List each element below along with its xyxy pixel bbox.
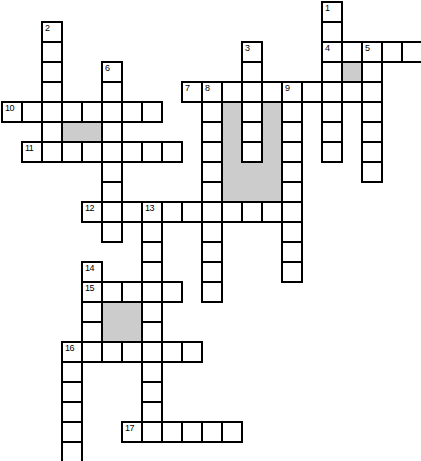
crossword-board: 1234567891011121314151617 (1, 1, 421, 461)
grid-cell-r10c7[interactable]: 13 (141, 201, 163, 223)
grid-cell-r9c14[interactable] (281, 181, 303, 203)
grid-cell-r4c5[interactable] (101, 81, 123, 103)
grid-cell-r6c12[interactable] (241, 121, 263, 143)
grid-cell-r21c6[interactable]: 17 (121, 421, 143, 443)
grid-cell-r7c12[interactable] (241, 141, 263, 163)
grid-cell-r13c10[interactable] (201, 261, 223, 283)
shaded-region (61, 121, 103, 143)
grid-cell-r3c18[interactable] (361, 61, 383, 83)
grid-cell-r0c16[interactable]: 1 (321, 1, 343, 23)
grid-cell-r4c16[interactable] (321, 81, 343, 103)
grid-cell-r2c16[interactable]: 4 (321, 41, 343, 63)
grid-cell-r7c18[interactable] (361, 141, 383, 163)
grid-cell-r5c14[interactable] (281, 101, 303, 123)
grid-cell-r22c3[interactable] (61, 441, 83, 461)
grid-cell-r4c18[interactable] (361, 81, 383, 103)
grid-cell-r7c14[interactable] (281, 141, 303, 163)
grid-cell-r9c10[interactable] (201, 181, 223, 203)
grid-cell-r17c4[interactable] (81, 341, 103, 363)
grid-cell-r5c16[interactable] (321, 101, 343, 123)
grid-cell-r8c10[interactable] (201, 161, 223, 183)
clue-number-7: 7 (185, 83, 190, 93)
shaded-region (341, 61, 363, 83)
grid-cell-r11c5[interactable] (101, 221, 123, 243)
grid-cell-r5c10[interactable] (201, 101, 223, 123)
grid-cell-r4c9[interactable]: 7 (181, 81, 203, 103)
grid-cell-r16c7[interactable] (141, 321, 163, 343)
grid-cell-r4c11[interactable] (221, 81, 243, 103)
grid-cell-r7c4[interactable] (81, 141, 103, 163)
grid-cell-r2c2[interactable] (41, 41, 63, 63)
grid-cell-r6c10[interactable] (201, 121, 223, 143)
grid-cell-r21c10[interactable] (201, 421, 223, 443)
grid-cell-r5c4[interactable] (81, 101, 103, 123)
grid-cell-r19c3[interactable] (61, 381, 83, 403)
clue-number-12: 12 (85, 203, 94, 213)
grid-cell-r6c5[interactable] (101, 121, 123, 143)
grid-cell-r5c12[interactable] (241, 101, 263, 123)
grid-cell-r21c9[interactable] (181, 421, 203, 443)
grid-cell-r17c8[interactable] (161, 341, 183, 363)
grid-cell-r2c20[interactable] (401, 41, 421, 63)
grid-cell-r17c9[interactable] (181, 341, 203, 363)
grid-cell-r4c15[interactable] (301, 81, 323, 103)
grid-cell-r7c10[interactable] (201, 141, 223, 163)
grid-cell-r14c8[interactable] (161, 281, 183, 303)
clue-number-2: 2 (45, 23, 50, 33)
grid-cell-r20c3[interactable] (61, 401, 83, 423)
grid-cell-r15c4[interactable] (81, 301, 103, 323)
grid-cell-r17c5[interactable] (101, 341, 123, 363)
clue-number-16: 16 (65, 343, 74, 353)
grid-cell-r2c12[interactable]: 3 (241, 41, 263, 63)
grid-cell-r10c4[interactable]: 12 (81, 201, 103, 223)
grid-cell-r1c2[interactable]: 2 (41, 21, 63, 43)
grid-cell-r17c7[interactable] (141, 341, 163, 363)
grid-cell-r14c7[interactable] (141, 281, 163, 303)
grid-cell-r14c10[interactable] (201, 281, 223, 303)
grid-cell-r14c5[interactable] (101, 281, 123, 303)
shaded-region (101, 301, 143, 343)
grid-cell-r10c14[interactable] (281, 201, 303, 223)
grid-cell-r7c1[interactable]: 11 (21, 141, 43, 163)
grid-cell-r11c10[interactable] (201, 221, 223, 243)
grid-cell-r1c16[interactable] (321, 21, 343, 43)
clue-number-13: 13 (145, 203, 154, 213)
grid-cell-r7c7[interactable] (141, 141, 163, 163)
grid-cell-r18c3[interactable] (61, 361, 83, 383)
grid-cell-r9c5[interactable] (101, 181, 123, 203)
grid-cell-r4c13[interactable] (261, 81, 283, 103)
clue-number-10: 10 (5, 103, 14, 113)
grid-cell-r11c7[interactable] (141, 221, 163, 243)
grid-cell-r3c12[interactable] (241, 61, 263, 83)
grid-cell-r8c5[interactable] (101, 161, 123, 183)
grid-cell-r5c2[interactable] (41, 101, 63, 123)
clue-number-8: 8 (205, 83, 210, 93)
clue-number-3: 3 (245, 43, 250, 53)
grid-cell-r13c7[interactable] (141, 261, 163, 283)
grid-cell-r3c2[interactable] (41, 61, 63, 83)
grid-cell-r7c3[interactable] (61, 141, 83, 163)
clue-number-11: 11 (25, 143, 33, 153)
grid-cell-r10c13[interactable] (261, 201, 283, 223)
grid-cell-r6c2[interactable] (41, 121, 63, 143)
grid-cell-r3c5[interactable]: 6 (101, 61, 123, 83)
grid-cell-r4c12[interactable] (241, 81, 263, 103)
clue-number-9: 9 (285, 83, 290, 93)
grid-cell-r3c16[interactable] (321, 61, 343, 83)
grid-cell-r6c14[interactable] (281, 121, 303, 143)
grid-cell-r10c12[interactable] (241, 201, 263, 223)
grid-cell-r10c8[interactable] (161, 201, 183, 223)
grid-cell-r4c10[interactable]: 8 (201, 81, 223, 103)
grid-cell-r12c7[interactable] (141, 241, 163, 263)
grid-cell-r5c0[interactable]: 10 (1, 101, 23, 123)
grid-cell-r21c11[interactable] (221, 421, 243, 443)
grid-cell-r10c6[interactable] (121, 201, 143, 223)
grid-cell-r5c3[interactable] (61, 101, 83, 123)
grid-cell-r19c7[interactable] (141, 381, 163, 403)
grid-cell-r7c5[interactable] (101, 141, 123, 163)
grid-cell-r10c11[interactable] (221, 201, 243, 223)
grid-cell-r5c18[interactable] (361, 101, 383, 123)
clue-number-5: 5 (365, 43, 370, 53)
clue-number-4: 4 (325, 43, 330, 53)
grid-cell-r15c7[interactable] (141, 301, 163, 323)
grid-cell-r5c1[interactable] (21, 101, 43, 123)
grid-cell-r7c2[interactable] (41, 141, 63, 163)
grid-cell-r4c14[interactable]: 9 (281, 81, 303, 103)
grid-cell-r18c7[interactable] (141, 361, 163, 383)
grid-cell-r16c4[interactable] (81, 321, 103, 343)
grid-cell-r12c10[interactable] (201, 241, 223, 263)
grid-cell-r5c7[interactable] (141, 101, 163, 123)
grid-cell-r17c3[interactable]: 16 (61, 341, 83, 363)
clue-number-15: 15 (85, 283, 94, 293)
grid-cell-r14c4[interactable]: 15 (81, 281, 103, 303)
grid-cell-r5c6[interactable] (121, 101, 143, 123)
grid-cell-r13c4[interactable]: 14 (81, 261, 103, 283)
grid-cell-r21c8[interactable] (161, 421, 183, 443)
grid-cell-r11c14[interactable] (281, 221, 303, 243)
grid-cell-r17c6[interactable] (121, 341, 143, 363)
clue-number-6: 6 (105, 63, 110, 73)
clue-number-17: 17 (125, 423, 134, 433)
grid-cell-r5c5[interactable] (101, 101, 123, 123)
grid-cell-r12c14[interactable] (281, 241, 303, 263)
grid-cell-r10c10[interactable] (201, 201, 223, 223)
grid-cell-r6c16[interactable] (321, 121, 343, 143)
clue-number-1: 1 (325, 3, 330, 13)
grid-cell-r7c8[interactable] (161, 141, 183, 163)
grid-cell-r21c7[interactable] (141, 421, 163, 443)
grid-cell-r2c17[interactable] (341, 41, 363, 63)
grid-cell-r4c2[interactable] (41, 81, 63, 103)
grid-cell-r6c18[interactable] (361, 121, 383, 143)
grid-cell-r7c16[interactable] (321, 141, 343, 163)
grid-cell-r14c6[interactable] (121, 281, 143, 303)
grid-cell-r4c17[interactable] (341, 81, 363, 103)
grid-cell-r7c6[interactable] (121, 141, 143, 163)
clue-number-14: 14 (85, 263, 94, 273)
grid-cell-r8c14[interactable] (281, 161, 303, 183)
grid-cell-r2c19[interactable] (381, 41, 403, 63)
grid-cell-r10c9[interactable] (181, 201, 203, 223)
grid-cell-r13c14[interactable] (281, 261, 303, 283)
grid-cell-r20c7[interactable] (141, 401, 163, 423)
grid-cell-r10c5[interactable] (101, 201, 123, 223)
grid-cell-r8c18[interactable] (361, 161, 383, 183)
grid-cell-r2c18[interactable]: 5 (361, 41, 383, 63)
grid-cell-r21c3[interactable] (61, 421, 83, 443)
